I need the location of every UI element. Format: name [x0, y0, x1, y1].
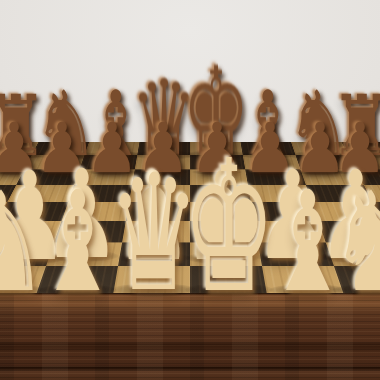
pieces-layer: ♜♞♝♛♚♝♞♜♟♟♟♟♟♟♟♟♟♟♟♟♟♟♟♟♜♞♝♛♚♝♞♜: [0, 0, 380, 380]
piece-white-knight-g1: ♞: [330, 174, 380, 312]
piece-white-bishop-c1: ♝: [37, 173, 120, 312]
piece-white-king-e1: ♚: [183, 136, 276, 318]
chess-set-photo: ♜♞♝♛♚♝♞♜♟♟♟♟♟♟♟♟♟♟♟♟♟♟♟♟♜♞♝♛♚♝♞♜: [0, 0, 380, 380]
